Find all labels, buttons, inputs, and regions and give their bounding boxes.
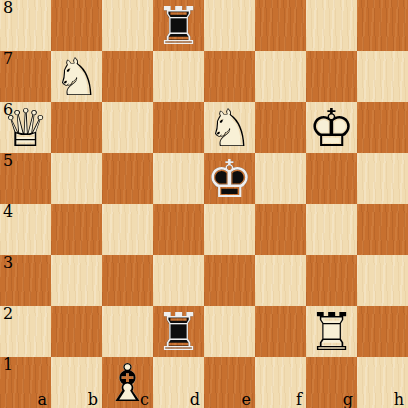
square-c2[interactable]: [102, 306, 153, 357]
black-king[interactable]: ♚♔: [204, 153, 255, 204]
square-a5[interactable]: 5: [0, 153, 51, 204]
square-f4[interactable]: [255, 204, 306, 255]
square-a8[interactable]: 8: [0, 0, 51, 51]
square-d3[interactable]: [153, 255, 204, 306]
square-e3[interactable]: [204, 255, 255, 306]
square-g5[interactable]: [306, 153, 357, 204]
square-b5[interactable]: [51, 153, 102, 204]
square-b8[interactable]: [51, 0, 102, 51]
white-knight[interactable]: ♞♘: [51, 51, 102, 102]
white-bishop-outline: ♗: [102, 357, 153, 408]
square-g8[interactable]: [306, 0, 357, 51]
square-d1[interactable]: d: [153, 357, 204, 408]
square-b3[interactable]: [51, 255, 102, 306]
square-c6[interactable]: [102, 102, 153, 153]
white-king[interactable]: ♚♔: [306, 102, 357, 153]
square-h3[interactable]: [357, 255, 408, 306]
square-h5[interactable]: [357, 153, 408, 204]
square-h8[interactable]: [357, 0, 408, 51]
black-rook-outline: ♖: [153, 0, 204, 51]
square-a7[interactable]: 7: [0, 51, 51, 102]
square-e8[interactable]: [204, 0, 255, 51]
square-b2[interactable]: [51, 306, 102, 357]
white-rook-outline: ♖: [306, 306, 357, 357]
square-f6[interactable]: [255, 102, 306, 153]
square-g7[interactable]: [306, 51, 357, 102]
square-f8[interactable]: [255, 0, 306, 51]
white-rook[interactable]: ♜♖: [306, 306, 357, 357]
square-h4[interactable]: [357, 204, 408, 255]
square-c1[interactable]: c♝♗: [102, 357, 153, 408]
square-f2[interactable]: [255, 306, 306, 357]
rank-label-5: 5: [3, 152, 13, 170]
file-label-a: a: [37, 391, 47, 408]
black-rook-outline: ♖: [153, 306, 204, 357]
white-bishop[interactable]: ♝♗: [102, 357, 153, 408]
square-b1[interactable]: b: [51, 357, 102, 408]
square-c3[interactable]: [102, 255, 153, 306]
square-g6[interactable]: ♚♔: [306, 102, 357, 153]
square-d5[interactable]: [153, 153, 204, 204]
square-e4[interactable]: [204, 204, 255, 255]
square-f5[interactable]: [255, 153, 306, 204]
square-g3[interactable]: [306, 255, 357, 306]
square-a1[interactable]: 1a: [0, 357, 51, 408]
square-e7[interactable]: [204, 51, 255, 102]
rank-label-1: 1: [3, 356, 13, 374]
square-a4[interactable]: 4: [0, 204, 51, 255]
white-king-outline: ♔: [306, 102, 357, 153]
rank-label-2: 2: [3, 305, 13, 323]
square-c5[interactable]: [102, 153, 153, 204]
file-label-f: f: [296, 391, 302, 408]
square-f3[interactable]: [255, 255, 306, 306]
rank-label-3: 3: [3, 254, 13, 272]
square-d7[interactable]: [153, 51, 204, 102]
square-g4[interactable]: [306, 204, 357, 255]
rank-label-4: 4: [3, 203, 13, 221]
square-h1[interactable]: h: [357, 357, 408, 408]
square-h2[interactable]: [357, 306, 408, 357]
file-label-e: e: [242, 391, 251, 408]
file-label-b: b: [88, 391, 98, 408]
square-d4[interactable]: [153, 204, 204, 255]
black-rook[interactable]: ♜♖: [153, 0, 204, 51]
square-a6[interactable]: 6♛♕: [0, 102, 51, 153]
square-c4[interactable]: [102, 204, 153, 255]
square-g1[interactable]: g: [306, 357, 357, 408]
file-label-h: h: [394, 391, 404, 408]
square-h7[interactable]: [357, 51, 408, 102]
black-rook[interactable]: ♜♖: [153, 306, 204, 357]
square-e2[interactable]: [204, 306, 255, 357]
square-b6[interactable]: [51, 102, 102, 153]
square-b7[interactable]: ♞♘: [51, 51, 102, 102]
square-b4[interactable]: [51, 204, 102, 255]
square-d6[interactable]: [153, 102, 204, 153]
white-queen-outline: ♕: [0, 102, 51, 153]
rank-label-7: 7: [3, 50, 13, 68]
square-d2[interactable]: ♜♖: [153, 306, 204, 357]
white-knight-outline: ♘: [204, 102, 255, 153]
square-f7[interactable]: [255, 51, 306, 102]
square-e5[interactable]: ♚♔: [204, 153, 255, 204]
white-knight-outline: ♘: [51, 51, 102, 102]
square-g2[interactable]: ♜♖: [306, 306, 357, 357]
white-queen[interactable]: ♛♕: [0, 102, 51, 153]
square-c8[interactable]: [102, 0, 153, 51]
square-h6[interactable]: [357, 102, 408, 153]
rank-label-8: 8: [3, 0, 13, 17]
square-a2[interactable]: 2: [0, 306, 51, 357]
file-label-d: d: [190, 391, 200, 408]
square-d8[interactable]: ♜♖: [153, 0, 204, 51]
square-a3[interactable]: 3: [0, 255, 51, 306]
file-label-g: g: [343, 391, 353, 408]
square-e6[interactable]: ♞♘: [204, 102, 255, 153]
square-c7[interactable]: [102, 51, 153, 102]
chess-board: 8♜♖7♞♘6♛♕♞♘♚♔5♚♔432♜♖♜♖1abc♝♗defgh: [0, 0, 408, 408]
white-knight[interactable]: ♞♘: [204, 102, 255, 153]
square-e1[interactable]: e: [204, 357, 255, 408]
square-f1[interactable]: f: [255, 357, 306, 408]
black-king-outline: ♔: [204, 153, 255, 204]
